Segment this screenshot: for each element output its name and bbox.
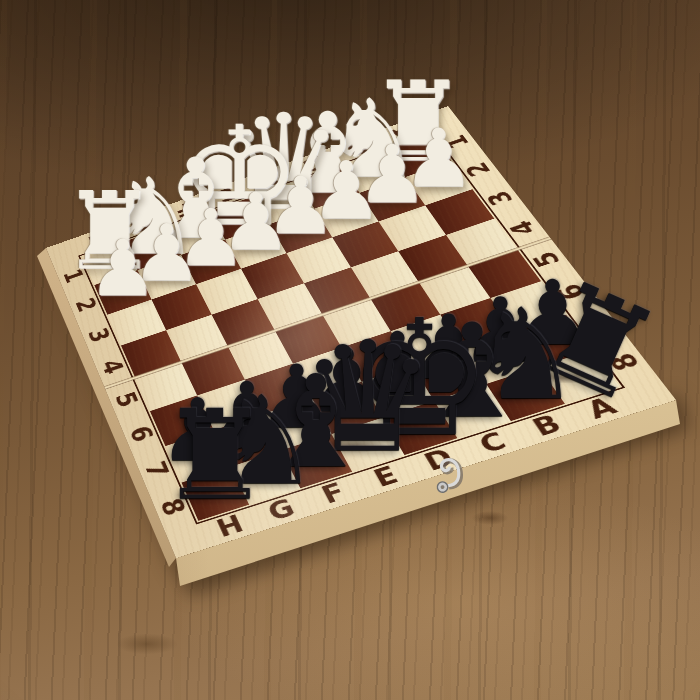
chess-set-photo: 1234567812345678HGFEDCBAHGFEDCBA ♜♞♝♛♚♝♞… xyxy=(0,0,700,700)
